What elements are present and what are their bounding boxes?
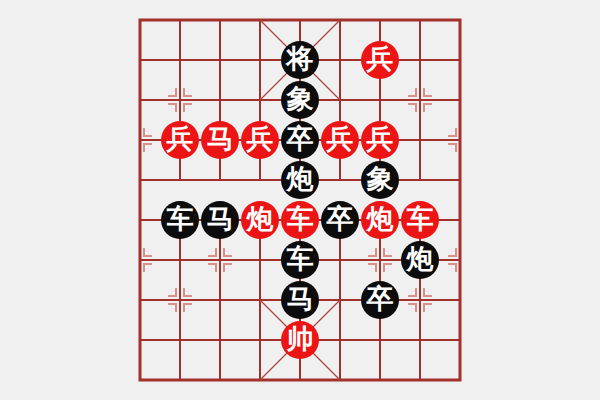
board-point-0-4[interactable] bbox=[120, 160, 160, 200]
board-point-1-3[interactable]: 兵 bbox=[160, 120, 200, 160]
board-point-1-9[interactable] bbox=[160, 360, 200, 400]
board-point-6-6[interactable] bbox=[360, 240, 400, 280]
board-point-4-2[interactable]: 象 bbox=[280, 80, 320, 120]
board-point-6-7[interactable]: 卒 bbox=[360, 280, 400, 320]
board-point-8-9[interactable] bbox=[440, 360, 480, 400]
board-point-3-1[interactable] bbox=[240, 40, 280, 80]
board-point-7-5[interactable]: 车 bbox=[400, 200, 440, 240]
board-point-8-7[interactable] bbox=[440, 280, 480, 320]
board-point-6-0[interactable] bbox=[360, 0, 400, 40]
board-point-3-3[interactable]: 兵 bbox=[240, 120, 280, 160]
piece-red-soldier[interactable]: 兵 bbox=[161, 121, 199, 159]
piece-red-chariot[interactable]: 车 bbox=[281, 201, 319, 239]
piece-red-soldier[interactable]: 兵 bbox=[361, 121, 399, 159]
board-point-7-9[interactable] bbox=[400, 360, 440, 400]
board-point-5-5[interactable]: 卒 bbox=[320, 200, 360, 240]
board-point-8-2[interactable] bbox=[440, 80, 480, 120]
board-point-7-4[interactable] bbox=[400, 160, 440, 200]
piece-red-horse[interactable]: 马 bbox=[201, 121, 239, 159]
board-point-1-5[interactable]: 车 bbox=[160, 200, 200, 240]
piece-red-soldier[interactable]: 兵 bbox=[321, 121, 359, 159]
board-point-8-5[interactable] bbox=[440, 200, 480, 240]
board-point-6-2[interactable] bbox=[360, 80, 400, 120]
board-point-3-9[interactable] bbox=[240, 360, 280, 400]
piece-red-general[interactable]: 帅 bbox=[281, 321, 319, 359]
piece-black-soldier[interactable]: 卒 bbox=[281, 121, 319, 159]
piece-black-general[interactable]: 将 bbox=[281, 41, 319, 79]
board-point-5-4[interactable] bbox=[320, 160, 360, 200]
board-point-4-7[interactable]: 马 bbox=[280, 280, 320, 320]
board-point-5-8[interactable] bbox=[320, 320, 360, 360]
board-point-7-0[interactable] bbox=[400, 0, 440, 40]
board-point-0-3[interactable] bbox=[120, 120, 160, 160]
board-point-8-4[interactable] bbox=[440, 160, 480, 200]
board-point-2-7[interactable] bbox=[200, 280, 240, 320]
xiangqi-diagram: 将兵象兵马兵卒兵兵炮象车马炮车卒炮车车炮马卒帅 bbox=[0, 0, 600, 400]
piece-black-chariot[interactable]: 车 bbox=[161, 201, 199, 239]
board-point-6-5[interactable]: 炮 bbox=[360, 200, 400, 240]
board-point-2-2[interactable] bbox=[200, 80, 240, 120]
piece-black-cannon[interactable]: 炮 bbox=[401, 241, 439, 279]
board-point-0-5[interactable] bbox=[120, 200, 160, 240]
board-point-1-4[interactable] bbox=[160, 160, 200, 200]
board-point-7-1[interactable] bbox=[400, 40, 440, 80]
piece-black-soldier[interactable]: 卒 bbox=[321, 201, 359, 239]
board-point-5-0[interactable] bbox=[320, 0, 360, 40]
board-point-5-6[interactable] bbox=[320, 240, 360, 280]
board-point-0-1[interactable] bbox=[120, 40, 160, 80]
board-intersections: 将兵象兵马兵卒兵兵炮象车马炮车卒炮车车炮马卒帅 bbox=[120, 0, 480, 400]
board-point-8-3[interactable] bbox=[440, 120, 480, 160]
board-point-5-7[interactable] bbox=[320, 280, 360, 320]
piece-black-cannon[interactable]: 炮 bbox=[281, 161, 319, 199]
board-point-2-9[interactable] bbox=[200, 360, 240, 400]
board-point-3-6[interactable] bbox=[240, 240, 280, 280]
board-point-4-1[interactable]: 将 bbox=[280, 40, 320, 80]
board-point-2-3[interactable]: 马 bbox=[200, 120, 240, 160]
piece-red-soldier[interactable]: 兵 bbox=[361, 41, 399, 79]
board-point-3-8[interactable] bbox=[240, 320, 280, 360]
board-point-0-2[interactable] bbox=[120, 80, 160, 120]
piece-black-elephant[interactable]: 象 bbox=[281, 81, 319, 119]
board-point-3-5[interactable]: 炮 bbox=[240, 200, 280, 240]
board-point-5-2[interactable] bbox=[320, 80, 360, 120]
board-point-0-0[interactable] bbox=[120, 0, 160, 40]
piece-black-horse[interactable]: 马 bbox=[281, 281, 319, 319]
board-point-3-4[interactable] bbox=[240, 160, 280, 200]
board-point-4-4[interactable]: 炮 bbox=[280, 160, 320, 200]
piece-red-cannon[interactable]: 炮 bbox=[241, 201, 279, 239]
board-point-1-2[interactable] bbox=[160, 80, 200, 120]
piece-black-soldier[interactable]: 卒 bbox=[361, 281, 399, 319]
board-point-4-3[interactable]: 卒 bbox=[280, 120, 320, 160]
board-point-4-5[interactable]: 车 bbox=[280, 200, 320, 240]
board-point-2-0[interactable] bbox=[200, 0, 240, 40]
board-point-6-4[interactable]: 象 bbox=[360, 160, 400, 200]
board-point-2-4[interactable] bbox=[200, 160, 240, 200]
piece-red-cannon[interactable]: 炮 bbox=[361, 201, 399, 239]
board-point-3-7[interactable] bbox=[240, 280, 280, 320]
board-point-8-8[interactable] bbox=[440, 320, 480, 360]
board-point-4-6[interactable]: 车 bbox=[280, 240, 320, 280]
board-point-4-8[interactable]: 帅 bbox=[280, 320, 320, 360]
board-point-4-9[interactable] bbox=[280, 360, 320, 400]
board-point-7-2[interactable] bbox=[400, 80, 440, 120]
board-point-0-6[interactable] bbox=[120, 240, 160, 280]
piece-black-chariot[interactable]: 车 bbox=[281, 241, 319, 279]
board-point-1-6[interactable] bbox=[160, 240, 200, 280]
board-point-1-1[interactable] bbox=[160, 40, 200, 80]
board-point-6-8[interactable] bbox=[360, 320, 400, 360]
board-point-2-6[interactable] bbox=[200, 240, 240, 280]
piece-black-elephant[interactable]: 象 bbox=[361, 161, 399, 199]
board-point-6-3[interactable]: 兵 bbox=[360, 120, 400, 160]
piece-red-chariot[interactable]: 车 bbox=[401, 201, 439, 239]
board-point-8-0[interactable] bbox=[440, 0, 480, 40]
board-point-6-9[interactable] bbox=[360, 360, 400, 400]
board-point-5-9[interactable] bbox=[320, 360, 360, 400]
board-point-7-7[interactable] bbox=[400, 280, 440, 320]
board-point-1-0[interactable] bbox=[160, 0, 200, 40]
board-point-0-9[interactable] bbox=[120, 360, 160, 400]
board-point-3-0[interactable] bbox=[240, 0, 280, 40]
board-point-7-3[interactable] bbox=[400, 120, 440, 160]
board-point-4-0[interactable] bbox=[280, 0, 320, 40]
board-point-3-2[interactable] bbox=[240, 80, 280, 120]
board-point-7-6[interactable]: 炮 bbox=[400, 240, 440, 280]
board-point-0-8[interactable] bbox=[120, 320, 160, 360]
board-point-5-1[interactable] bbox=[320, 40, 360, 80]
piece-black-horse[interactable]: 马 bbox=[201, 201, 239, 239]
board-point-2-1[interactable] bbox=[200, 40, 240, 80]
board-point-1-8[interactable] bbox=[160, 320, 200, 360]
piece-red-soldier[interactable]: 兵 bbox=[241, 121, 279, 159]
board-point-2-8[interactable] bbox=[200, 320, 240, 360]
board-point-8-6[interactable] bbox=[440, 240, 480, 280]
board-point-1-7[interactable] bbox=[160, 280, 200, 320]
board-point-6-1[interactable]: 兵 bbox=[360, 40, 400, 80]
board-point-5-3[interactable]: 兵 bbox=[320, 120, 360, 160]
board-point-0-7[interactable] bbox=[120, 280, 160, 320]
board-point-8-1[interactable] bbox=[440, 40, 480, 80]
board-point-2-5[interactable]: 马 bbox=[200, 200, 240, 240]
board-point-7-8[interactable] bbox=[400, 320, 440, 360]
